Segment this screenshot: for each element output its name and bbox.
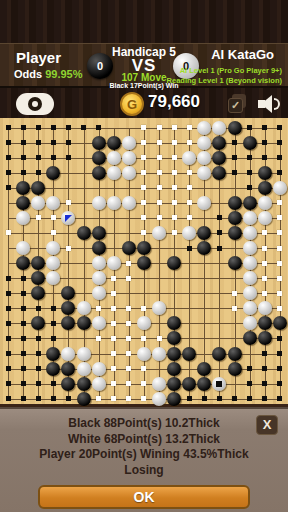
white-stone[interactable]	[258, 196, 272, 210]
black-territory-marker	[262, 366, 267, 371]
black-stone[interactable]	[61, 362, 75, 376]
black-stone[interactable]	[228, 347, 242, 361]
checkbox-layers-icon[interactable]: ✓	[228, 94, 248, 114]
white-territory-marker	[187, 215, 192, 220]
black-territory-marker	[217, 215, 222, 220]
black-stone[interactable]	[92, 136, 106, 150]
black-territory-marker	[21, 396, 26, 401]
white-territory-marker	[111, 321, 116, 326]
white-stone[interactable]	[46, 241, 60, 255]
white-territory-marker	[277, 261, 282, 266]
black-stone[interactable]	[31, 271, 45, 285]
white-territory-marker	[172, 230, 177, 235]
white-territory-marker	[96, 306, 101, 311]
white-stone[interactable]	[92, 286, 106, 300]
white-territory-marker	[126, 306, 131, 311]
white-territory-marker	[141, 200, 146, 205]
white-territory-marker	[141, 170, 146, 175]
black-territory-marker	[21, 170, 26, 175]
black-territory-marker	[6, 366, 11, 371]
white-territory-marker	[111, 276, 116, 281]
black-territory-marker	[6, 306, 11, 311]
black-territory-marker	[96, 125, 101, 130]
black-stone[interactable]	[31, 181, 45, 195]
white-stone[interactable]	[243, 286, 257, 300]
black-territory-marker	[277, 170, 282, 175]
white-territory-marker	[126, 336, 131, 341]
white-territory-marker	[141, 336, 146, 341]
black-territory-marker	[232, 140, 237, 145]
white-territory-marker	[51, 230, 56, 235]
white-territory-marker	[66, 200, 71, 205]
black-territory-marker	[262, 396, 267, 401]
black-stone[interactable]	[61, 286, 75, 300]
white-stone[interactable]	[92, 377, 106, 391]
black-stone[interactable]	[167, 377, 181, 391]
white-stone[interactable]	[182, 226, 196, 240]
speaker-icon[interactable]	[258, 94, 282, 114]
score-line-player: Player 20Point(s) Wining 43.5%Thick	[0, 447, 288, 463]
white-territory-marker	[232, 291, 237, 296]
black-stone[interactable]	[31, 286, 45, 300]
black-stone[interactable]	[228, 121, 242, 135]
white-territory-marker	[277, 200, 282, 205]
black-territory-marker	[21, 125, 26, 130]
white-territory-marker	[111, 291, 116, 296]
black-stone[interactable]	[61, 301, 75, 315]
black-stone[interactable]	[77, 316, 91, 330]
black-stone[interactable]	[182, 347, 196, 361]
ok-button[interactable]: OK	[38, 485, 250, 509]
black-territory-marker	[247, 185, 252, 190]
white-territory-marker	[232, 306, 237, 311]
score-panel: X Black 88Point(s) 10.2Thick White 68Poi…	[0, 407, 288, 512]
black-stone[interactable]	[31, 256, 45, 270]
black-territory-marker	[36, 366, 41, 371]
white-territory-marker	[187, 185, 192, 190]
coin-icon: G	[120, 92, 144, 116]
white-territory-marker	[96, 336, 101, 341]
black-territory-marker	[6, 351, 11, 356]
white-territory-marker	[126, 396, 131, 401]
black-territory-marker	[21, 366, 26, 371]
black-stone[interactable]	[197, 377, 211, 391]
black-territory-marker	[277, 396, 282, 401]
black-territory-marker	[6, 321, 11, 326]
white-territory-marker	[262, 291, 267, 296]
black-stone[interactable]	[122, 241, 136, 255]
black-stone[interactable]	[167, 392, 181, 406]
black-stone[interactable]	[197, 226, 211, 240]
black-territory-marker	[66, 155, 71, 160]
white-stone[interactable]	[92, 362, 106, 376]
white-stone[interactable]	[212, 121, 226, 135]
white-territory-marker	[187, 125, 192, 130]
black-territory-marker	[6, 381, 11, 386]
white-stone[interactable]	[243, 241, 257, 255]
black-territory-marker	[36, 351, 41, 356]
black-territory-marker	[66, 396, 71, 401]
black-stone[interactable]	[197, 241, 211, 255]
black-stone[interactable]	[92, 241, 106, 255]
white-stone[interactable]	[46, 256, 60, 270]
black-territory-marker	[81, 125, 86, 130]
white-stone[interactable]	[77, 301, 91, 315]
close-icon[interactable]: X	[256, 415, 278, 435]
white-territory-marker	[157, 170, 162, 175]
black-territory-marker	[21, 306, 26, 311]
black-territory-marker	[277, 155, 282, 160]
white-territory-marker	[51, 215, 56, 220]
white-territory-marker	[157, 200, 162, 205]
black-territory-marker	[36, 155, 41, 160]
white-territory-marker	[277, 230, 282, 235]
black-territory-marker	[232, 155, 237, 160]
white-stone[interactable]	[122, 166, 136, 180]
white-territory-marker	[141, 215, 146, 220]
black-stone[interactable]	[167, 331, 181, 345]
black-stone[interactable]	[243, 196, 257, 210]
black-stone[interactable]	[167, 347, 181, 361]
white-stone[interactable]	[16, 241, 30, 255]
white-territory-marker	[6, 230, 11, 235]
grid-hline	[8, 293, 281, 294]
black-stone[interactable]	[258, 331, 272, 345]
black-territory-marker	[36, 170, 41, 175]
black-territory-marker	[21, 351, 26, 356]
black-territory-marker	[21, 140, 26, 145]
white-territory-marker	[141, 230, 146, 235]
black-stone[interactable]	[77, 392, 91, 406]
black-stone[interactable]	[16, 256, 30, 270]
white-territory-marker	[141, 306, 146, 311]
black-stone[interactable]	[258, 181, 272, 195]
black-territory-marker	[6, 185, 11, 190]
black-territory-marker	[36, 381, 41, 386]
player-name: Player	[16, 49, 61, 66]
black-stone[interactable]	[92, 151, 106, 165]
white-territory-marker	[157, 336, 162, 341]
white-stone[interactable]	[152, 301, 166, 315]
black-territory-marker	[6, 170, 11, 175]
white-stone[interactable]	[197, 121, 211, 135]
white-territory-marker	[187, 170, 192, 175]
black-territory-marker	[36, 396, 41, 401]
white-stone[interactable]	[243, 271, 257, 285]
black-territory-marker	[36, 306, 41, 311]
white-territory-marker	[126, 261, 131, 266]
black-stone[interactable]	[167, 256, 181, 270]
white-territory-marker	[157, 125, 162, 130]
dead-stone-marker	[216, 381, 222, 387]
white-stone[interactable]	[107, 256, 121, 270]
black-territory-marker	[247, 366, 252, 371]
black-territory-marker	[217, 396, 222, 401]
black-stone[interactable]	[273, 316, 287, 330]
black-territory-marker	[262, 140, 267, 145]
black-territory-marker	[232, 170, 237, 175]
white-stone[interactable]	[107, 166, 121, 180]
black-stone[interactable]	[197, 362, 211, 376]
black-stone[interactable]	[16, 196, 30, 210]
black-territory-marker	[277, 366, 282, 371]
white-territory-marker	[111, 336, 116, 341]
black-territory-marker	[51, 336, 56, 341]
white-stone[interactable]	[243, 256, 257, 270]
white-stone[interactable]	[182, 151, 196, 165]
white-territory-marker	[111, 306, 116, 311]
white-territory-marker	[141, 155, 146, 160]
black-territory-marker	[6, 140, 11, 145]
white-territory-marker	[172, 140, 177, 145]
white-stone[interactable]	[107, 151, 121, 165]
black-stone[interactable]	[212, 347, 226, 361]
black-territory-marker	[6, 125, 11, 130]
black-stone[interactable]	[228, 362, 242, 376]
black-territory-marker	[66, 125, 71, 130]
white-territory-marker	[172, 125, 177, 130]
white-territory-marker	[277, 215, 282, 220]
white-stone[interactable]	[92, 196, 106, 210]
black-stone[interactable]	[243, 331, 257, 345]
white-stone[interactable]	[31, 196, 45, 210]
go-board[interactable]	[0, 118, 288, 407]
white-stone[interactable]	[258, 211, 272, 225]
white-stone[interactable]	[258, 301, 272, 315]
white-territory-marker	[172, 215, 177, 220]
black-territory-marker	[51, 321, 56, 326]
white-territory-marker	[157, 185, 162, 190]
white-stone[interactable]	[137, 316, 151, 330]
white-territory-marker	[157, 215, 162, 220]
white-territory-marker	[126, 381, 131, 386]
black-territory-marker	[21, 155, 26, 160]
black-stone[interactable]	[61, 377, 75, 391]
black-territory-marker	[21, 321, 26, 326]
black-territory-marker	[6, 276, 11, 281]
black-territory-marker	[6, 396, 11, 401]
white-territory-marker	[157, 155, 162, 160]
white-stone[interactable]	[46, 271, 60, 285]
black-stone[interactable]	[167, 362, 181, 376]
white-territory-marker	[172, 185, 177, 190]
white-stone[interactable]	[152, 377, 166, 391]
white-stone[interactable]	[152, 347, 166, 361]
toolbar: G 79,660 ✓	[0, 90, 288, 118]
white-territory-marker	[172, 200, 177, 205]
player-odds: Odds 99.95%	[14, 68, 83, 80]
white-territory-marker	[262, 261, 267, 266]
white-stone[interactable]	[197, 166, 211, 180]
white-stone[interactable]	[197, 136, 211, 150]
white-territory-marker	[172, 155, 177, 160]
black-territory-marker	[6, 336, 11, 341]
ai-reading-text: Reading Level 1 (Beyond vision)	[167, 76, 282, 85]
black-territory-marker	[66, 140, 71, 145]
white-stone[interactable]	[122, 151, 136, 165]
white-stone[interactable]	[46, 196, 60, 210]
white-territory-marker	[141, 140, 146, 145]
black-territory-marker	[232, 396, 237, 401]
white-stone[interactable]	[273, 181, 287, 195]
black-territory-marker	[262, 155, 267, 160]
black-stone[interactable]	[182, 377, 196, 391]
coin-balance: 79,660	[148, 92, 200, 112]
black-stone[interactable]	[212, 166, 226, 180]
white-stone[interactable]	[122, 136, 136, 150]
black-territory-marker	[277, 140, 282, 145]
white-territory-marker	[141, 381, 146, 386]
black-stone[interactable]	[212, 136, 226, 150]
top-wood-background	[0, 0, 288, 43]
black-stone[interactable]	[31, 316, 45, 330]
black-territory-marker	[187, 396, 192, 401]
black-stone[interactable]	[137, 256, 151, 270]
black-territory-marker	[262, 381, 267, 386]
black-stone[interactable]	[212, 151, 226, 165]
black-territory-marker	[262, 351, 267, 356]
white-stone[interactable]	[107, 196, 121, 210]
black-stone[interactable]	[46, 362, 60, 376]
black-stone[interactable]	[228, 256, 242, 270]
black-territory-marker	[36, 140, 41, 145]
white-stone[interactable]	[243, 226, 257, 240]
black-territory-marker	[247, 396, 252, 401]
black-stone[interactable]	[228, 226, 242, 240]
white-territory-marker	[126, 276, 131, 281]
white-territory-marker	[277, 276, 282, 281]
black-stone[interactable]	[107, 136, 121, 150]
black-territory-marker	[247, 125, 252, 130]
white-territory-marker	[262, 276, 267, 281]
black-territory-marker	[21, 276, 26, 281]
score-line-white: White 68Point(s) 13.2Thick	[0, 432, 288, 448]
black-stone[interactable]	[258, 316, 272, 330]
black-stone[interactable]	[16, 181, 30, 195]
black-territory-marker	[277, 381, 282, 386]
white-territory-marker	[172, 170, 177, 175]
white-stone[interactable]	[152, 392, 166, 406]
black-stone[interactable]	[61, 316, 75, 330]
score-line-result: Losing	[0, 463, 288, 479]
ai-level-text: AI Level 1 (Pro Go Player 9+)	[180, 66, 282, 75]
white-territory-marker	[187, 200, 192, 205]
black-territory-marker	[51, 381, 56, 386]
black-stone[interactable]	[46, 166, 60, 180]
black-stone[interactable]	[228, 196, 242, 210]
white-territory-marker	[262, 246, 267, 251]
black-stone[interactable]	[228, 211, 242, 225]
black-territory-marker	[21, 336, 26, 341]
white-territory-marker	[111, 396, 116, 401]
black-territory-marker	[21, 381, 26, 386]
white-territory-marker	[277, 246, 282, 251]
white-territory-marker	[66, 246, 71, 251]
black-territory-marker	[247, 155, 252, 160]
white-stone[interactable]	[77, 347, 91, 361]
black-territory-marker	[51, 396, 56, 401]
white-territory-marker	[277, 291, 282, 296]
white-stone[interactable]	[61, 347, 75, 361]
white-stone[interactable]	[197, 196, 211, 210]
white-territory-marker	[36, 215, 41, 220]
black-stone[interactable]	[77, 377, 91, 391]
black-stone[interactable]	[92, 166, 106, 180]
white-territory-marker	[126, 321, 131, 326]
black-territory-marker	[36, 336, 41, 341]
white-stone[interactable]	[152, 226, 166, 240]
black-territory-marker	[6, 291, 11, 296]
black-territory-marker	[217, 246, 222, 251]
white-stone[interactable]	[77, 362, 91, 376]
white-territory-marker	[126, 351, 131, 356]
black-stone[interactable]	[77, 226, 91, 240]
odds-value: 99.95%	[45, 68, 82, 80]
score-line-black: Black 88Point(s) 10.2Thick	[0, 416, 288, 432]
white-stone[interactable]	[92, 256, 106, 270]
black-territory-marker	[277, 125, 282, 130]
white-territory-marker	[96, 396, 101, 401]
white-stone[interactable]	[92, 316, 106, 330]
ai-name: AI KataGo	[211, 47, 274, 62]
black-territory-marker	[36, 125, 41, 130]
black-territory-marker	[247, 170, 252, 175]
white-territory-marker	[277, 306, 282, 311]
white-stone[interactable]	[243, 301, 257, 315]
app-screen: Player Odds 99.95% Handicap 5 VS 0 0 107…	[0, 0, 288, 512]
black-territory-marker	[277, 351, 282, 356]
black-territory-marker	[217, 230, 222, 235]
black-territory-marker	[51, 125, 56, 130]
white-stone[interactable]	[92, 271, 106, 285]
black-stone[interactable]	[258, 166, 272, 180]
white-territory-marker	[111, 366, 116, 371]
black-stone[interactable]	[137, 241, 151, 255]
white-territory-marker	[141, 125, 146, 130]
white-stone[interactable]	[243, 211, 257, 225]
white-stone[interactable]	[197, 151, 211, 165]
white-stone[interactable]	[137, 347, 151, 361]
eye-icon[interactable]	[16, 93, 54, 115]
white-territory-marker	[262, 230, 267, 235]
black-territory-marker	[247, 381, 252, 386]
black-stone[interactable]	[46, 347, 60, 361]
black-territory-marker	[202, 396, 207, 401]
white-territory-marker	[111, 381, 116, 386]
black-territory-marker	[6, 155, 11, 160]
white-stone[interactable]	[122, 196, 136, 210]
black-territory-marker	[262, 125, 267, 130]
white-stone[interactable]	[16, 211, 30, 225]
odds-label: Odds	[14, 68, 42, 80]
last-move-triangle-marker	[65, 215, 72, 222]
black-territory-marker	[51, 306, 56, 311]
black-territory-marker	[277, 336, 282, 341]
black-territory-marker	[187, 246, 192, 251]
black-territory-marker	[51, 155, 56, 160]
white-territory-marker	[141, 396, 146, 401]
white-territory-marker	[157, 140, 162, 145]
black-territory-marker	[51, 140, 56, 145]
white-territory-marker	[141, 366, 146, 371]
white-territory-marker	[126, 366, 131, 371]
white-stone[interactable]	[243, 316, 257, 330]
white-territory-marker	[141, 185, 146, 190]
black-stone[interactable]	[92, 226, 106, 240]
black-stone[interactable]	[167, 316, 181, 330]
white-territory-marker	[111, 351, 116, 356]
black-stone[interactable]	[243, 136, 257, 150]
